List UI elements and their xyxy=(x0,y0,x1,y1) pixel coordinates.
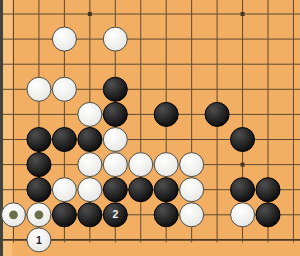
white-stone-c5r6 xyxy=(103,128,127,152)
black-stone-c11r9 xyxy=(256,203,280,227)
black-stone-c5r4 xyxy=(103,77,127,101)
black-stone-c10r6 xyxy=(231,128,255,152)
black-stone-c3r6 xyxy=(52,128,76,152)
black-stone-c2r8 xyxy=(27,178,51,202)
black-stone-c5r5 xyxy=(103,102,127,126)
black-stone-c2r6 xyxy=(27,128,51,152)
white-stone-c4r5 xyxy=(78,102,102,126)
circle-mark-on-stone xyxy=(9,210,18,219)
circle-mark-on-stone xyxy=(35,210,44,219)
star-point xyxy=(88,12,92,16)
white-stone-c4r8 xyxy=(78,178,102,202)
black-stone-c6r8 xyxy=(129,178,153,202)
black-stone-c7r5 xyxy=(154,102,178,126)
white-stone-c3r4 xyxy=(52,77,76,101)
white-stone-c3r2 xyxy=(52,27,76,51)
black-stone-c7r8 xyxy=(154,178,178,202)
move-number-label-1: 1 xyxy=(36,234,42,246)
black-stone-c7r9 xyxy=(154,203,178,227)
white-stone-c8r8 xyxy=(180,178,204,202)
black-stone-c11r8 xyxy=(256,178,280,202)
go-diagram-screenshot: 21 xyxy=(0,0,300,256)
black-stone-c4r6 xyxy=(78,128,102,152)
white-stone-c2r4 xyxy=(27,77,51,101)
move-number-label-2: 2 xyxy=(112,208,118,220)
black-stone-c9r5 xyxy=(205,102,229,126)
star-point xyxy=(241,12,245,16)
black-stone-c5r8 xyxy=(103,178,127,202)
white-stone-c7r7 xyxy=(154,153,178,177)
black-stone-c10r8 xyxy=(231,178,255,202)
white-stone-c10r9 xyxy=(231,203,255,227)
white-stone-c5r7 xyxy=(103,153,127,177)
black-stone-c4r9 xyxy=(78,203,102,227)
white-stone-c3r8 xyxy=(52,178,76,202)
white-stone-c8r7 xyxy=(180,153,204,177)
black-stone-c2r7 xyxy=(27,153,51,177)
black-stone-c3r9 xyxy=(52,203,76,227)
white-stone-c5r2 xyxy=(103,27,127,51)
go-board[interactable]: 21 xyxy=(0,0,300,256)
white-stone-c4r7 xyxy=(78,153,102,177)
white-stone-c8r9 xyxy=(180,203,204,227)
star-point xyxy=(241,163,245,167)
white-stone-c6r7 xyxy=(129,153,153,177)
